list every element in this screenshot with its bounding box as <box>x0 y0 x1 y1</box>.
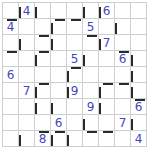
consecutive-mark-vertical-3-4 <box>83 55 85 66</box>
cell-2-0[interactable] <box>3 35 19 51</box>
consecutive-mark-vertical-1-6 <box>115 23 117 34</box>
cell-0-8[interactable] <box>131 3 147 19</box>
consecutive-mark-horizontal-2-0 <box>7 51 17 53</box>
consecutive-mark-horizontal-0-4 <box>71 19 81 21</box>
cell-1-2[interactable] <box>35 19 51 35</box>
cell-4-5[interactable] <box>83 67 99 83</box>
cell-8-8[interactable]: 4 <box>131 131 147 147</box>
consecutive-mark-horizontal-5-8 <box>135 99 145 101</box>
consecutive-mark-horizontal-0-3 <box>55 19 65 21</box>
cell-2-5[interactable] <box>83 35 99 51</box>
cell-7-6[interactable] <box>99 115 115 131</box>
cell-6-7[interactable] <box>115 99 131 115</box>
cell-3-2[interactable] <box>35 51 51 67</box>
cell-7-5[interactable] <box>83 115 99 131</box>
consecutive-mark-horizontal-7-6 <box>103 131 113 133</box>
cell-6-1[interactable] <box>19 99 35 115</box>
cell-0-7[interactable] <box>115 3 131 19</box>
cell-0-6[interactable]: 6 <box>99 3 115 19</box>
cell-2-6[interactable]: 7 <box>99 35 115 51</box>
cell-4-2[interactable] <box>35 67 51 83</box>
cell-5-5[interactable] <box>83 83 99 99</box>
consecutive-mark-vertical-4-3 <box>67 71 69 82</box>
cell-2-1[interactable] <box>19 35 35 51</box>
consecutive-mark-vertical-8-2 <box>51 135 53 146</box>
cell-8-3[interactable] <box>51 131 67 147</box>
consecutive-mark-vertical-5-3 <box>67 87 69 98</box>
consecutive-mark-horizontal-4-2 <box>39 83 49 85</box>
cell-8-7[interactable] <box>115 131 131 147</box>
cell-3-3[interactable] <box>51 51 67 67</box>
consecutive-mark-horizontal-4-7 <box>119 83 129 85</box>
cell-6-5[interactable]: 9 <box>83 99 99 115</box>
cell-6-3[interactable] <box>51 99 67 115</box>
consecutive-mark-horizontal-7-2 <box>39 131 49 133</box>
cell-0-0[interactable] <box>3 3 19 19</box>
cell-5-0[interactable] <box>3 83 19 99</box>
consecutive-mark-horizontal-2-2 <box>39 51 49 53</box>
cell-4-6[interactable] <box>99 67 115 83</box>
cell-8-0[interactable] <box>3 131 19 147</box>
cell-4-3[interactable] <box>51 67 67 83</box>
cell-0-1[interactable]: 4 <box>19 3 35 19</box>
cell-3-0[interactable] <box>3 51 19 67</box>
cell-2-4[interactable] <box>67 35 83 51</box>
cell-1-0[interactable]: 4 <box>3 19 19 35</box>
cell-6-2[interactable] <box>35 99 51 115</box>
cell-0-2[interactable] <box>35 3 51 19</box>
consecutive-mark-vertical-3-7 <box>131 55 133 66</box>
cell-5-6[interactable] <box>99 83 115 99</box>
cell-6-8[interactable]: 6 <box>131 99 147 115</box>
cell-2-8[interactable] <box>131 35 147 51</box>
cell-3-1[interactable] <box>19 51 35 67</box>
cell-6-0[interactable] <box>3 99 19 115</box>
consecutive-mark-vertical-2-2 <box>51 39 53 50</box>
cell-1-7[interactable] <box>115 19 131 35</box>
cell-0-3[interactable] <box>51 3 67 19</box>
consecutive-mark-vertical-6-2 <box>51 103 53 114</box>
consecutive-mark-vertical-8-3 <box>67 135 69 146</box>
cell-7-2[interactable] <box>35 115 51 131</box>
consecutive-mark-vertical-5-5 <box>99 87 101 98</box>
consecutive-mark-vertical-7-4 <box>83 119 85 130</box>
consecutive-mark-vertical-2-0 <box>19 39 21 50</box>
cell-5-3[interactable] <box>51 83 67 99</box>
consecutive-mark-horizontal-1-2 <box>39 35 49 37</box>
consecutive-mark-vertical-6-5 <box>99 103 101 114</box>
consecutive-mark-vertical-0-0 <box>19 7 21 18</box>
consecutive-mark-horizontal-7-3 <box>55 131 65 133</box>
consecutive-mark-horizontal-7-5 <box>87 131 97 133</box>
cell-2-3[interactable] <box>51 35 67 51</box>
cell-8-5[interactable] <box>83 131 99 147</box>
cell-4-1[interactable] <box>19 67 35 83</box>
consecutive-mark-vertical-3-1 <box>35 55 37 66</box>
cell-8-2[interactable]: 8 <box>35 131 51 147</box>
cell-3-7[interactable]: 6 <box>115 51 131 67</box>
cell-0-4[interactable] <box>67 3 83 19</box>
cell-3-5[interactable] <box>83 51 99 67</box>
consecutive-mark-horizontal-4-6 <box>103 83 113 85</box>
consecutive-mark-vertical-5-7 <box>131 87 133 98</box>
consecutive-mark-horizontal-1-5 <box>87 35 97 37</box>
cell-4-7[interactable] <box>115 67 131 83</box>
cell-1-6[interactable] <box>99 19 115 35</box>
cell-7-8[interactable] <box>131 115 147 131</box>
cell-7-3[interactable]: 6 <box>51 115 67 131</box>
cell-7-0[interactable] <box>3 115 19 131</box>
consecutive-mark-vertical-2-5 <box>99 39 101 50</box>
consecutive-mark-vertical-0-1 <box>35 7 37 18</box>
cell-5-4[interactable]: 9 <box>67 83 83 99</box>
cell-8-6[interactable] <box>99 131 115 147</box>
cell-7-7[interactable]: 7 <box>115 115 131 131</box>
cell-3-4[interactable]: 5 <box>67 51 83 67</box>
cell-1-8[interactable] <box>131 19 147 35</box>
cell-7-1[interactable] <box>19 115 35 131</box>
puzzle-board: 4645756679966784 <box>2 2 147 147</box>
consecutive-mark-vertical-7-7 <box>131 119 133 130</box>
cell-5-1[interactable]: 7 <box>19 83 35 99</box>
consecutive-mark-vertical-0-4 <box>83 7 85 18</box>
cell-4-8[interactable] <box>131 67 147 83</box>
consecutive-mark-horizontal-0-0 <box>7 19 17 21</box>
cell-2-2[interactable] <box>35 35 51 51</box>
cell-6-4[interactable] <box>67 99 83 115</box>
cell-8-1[interactable] <box>19 131 35 147</box>
cell-5-7[interactable] <box>115 83 131 99</box>
cell-8-4[interactable] <box>67 131 83 147</box>
cell-3-6[interactable] <box>99 51 115 67</box>
consecutive-mark-vertical-5-1 <box>35 87 37 98</box>
consecutive-mark-vertical-8-0 <box>19 135 21 146</box>
cell-1-3[interactable] <box>51 19 67 35</box>
cell-7-4[interactable] <box>67 115 83 131</box>
cell-1-1[interactable] <box>19 19 35 35</box>
puzzle-screenshot: 4645756679966784 <box>0 0 150 150</box>
cell-5-8[interactable] <box>131 83 147 99</box>
cell-5-2[interactable] <box>35 83 51 99</box>
consecutive-mark-vertical-6-1 <box>35 103 37 114</box>
cell-1-5[interactable]: 5 <box>83 19 99 35</box>
consecutive-mark-vertical-0-5 <box>99 7 101 18</box>
cell-3-8[interactable] <box>131 51 147 67</box>
consecutive-mark-horizontal-2-7 <box>119 51 129 53</box>
cell-2-7[interactable] <box>115 35 131 51</box>
cell-6-6[interactable] <box>99 99 115 115</box>
consecutive-mark-vertical-1-2 <box>51 23 53 34</box>
cell-1-4[interactable] <box>67 19 83 35</box>
cell-4-4[interactable] <box>67 67 83 83</box>
consecutive-mark-horizontal-3-4 <box>71 67 81 69</box>
consecutive-mark-vertical-4-7 <box>131 71 133 82</box>
cell-4-0[interactable]: 6 <box>3 67 19 83</box>
cell-0-5[interactable] <box>83 3 99 19</box>
